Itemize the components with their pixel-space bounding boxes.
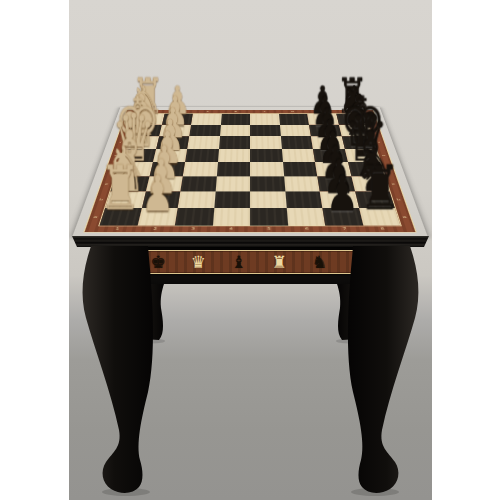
table-legs: [69, 0, 432, 500]
product-photo: 11aa22bb33cc44dd55ee66ff77gg88hh ♜♟♟♜♞♟♟…: [69, 0, 432, 500]
table-leg-front-right: [348, 246, 418, 493]
table-leg-front-left: [83, 246, 153, 493]
